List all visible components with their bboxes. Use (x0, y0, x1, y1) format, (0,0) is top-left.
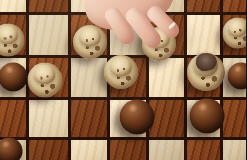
square-r4c2[interactable] (71, 140, 107, 160)
board-photo (0, 0, 246, 160)
square-r4c1[interactable] (29, 140, 68, 160)
square-r0c2[interactable] (71, 0, 107, 12)
square-r2c4[interactable] (149, 58, 184, 97)
piece-light-darktop[interactable] (187, 53, 225, 91)
piece-light-e[interactable] (104, 55, 138, 89)
square-r3c6[interactable] (223, 100, 246, 137)
piece-light-b[interactable] (73, 25, 107, 59)
piece-light-grabbed[interactable] (142, 27, 176, 61)
square-r0c3[interactable] (110, 0, 146, 12)
piece-dark-d[interactable] (190, 99, 225, 134)
square-r3c1[interactable] (29, 100, 68, 137)
square-r1c1[interactable] (29, 15, 68, 55)
piece-light-d[interactable] (28, 63, 63, 98)
square-r0c6[interactable] (223, 0, 246, 12)
square-r0c4[interactable] (149, 0, 184, 12)
square-r0c5[interactable] (187, 0, 220, 12)
piece-dark-c[interactable] (120, 100, 155, 135)
square-r0c1[interactable] (29, 0, 68, 12)
square-r3c0[interactable] (0, 100, 26, 137)
piece-light-c[interactable] (223, 18, 247, 49)
square-r4c3[interactable] (110, 140, 146, 160)
square-r4c5[interactable] (187, 140, 220, 160)
square-r3c2[interactable] (71, 100, 107, 137)
square-r4c4[interactable] (149, 140, 184, 160)
square-r0c0[interactable] (0, 0, 26, 12)
square-r2c2[interactable] (71, 58, 107, 97)
square-r4c6[interactable] (223, 140, 246, 160)
